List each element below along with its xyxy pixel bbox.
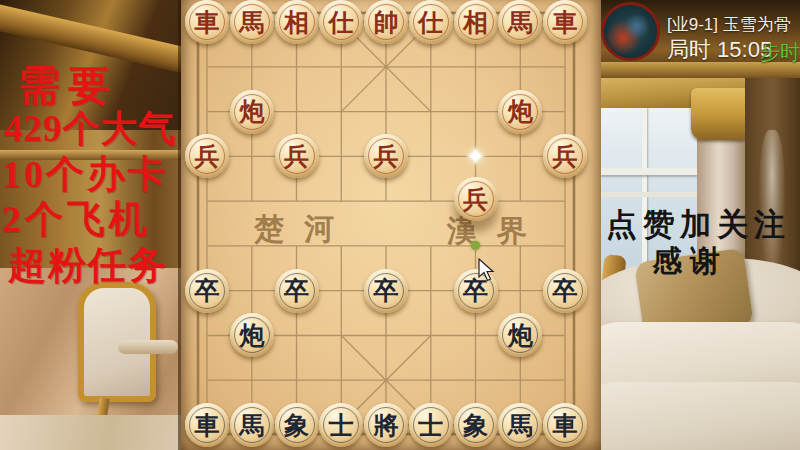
piece-red-兵[interactable]: 兵 — [364, 134, 408, 178]
thanks-text: 感谢 — [652, 241, 728, 282]
piece-black-馬[interactable]: 馬 — [498, 403, 542, 447]
piece-black-卒[interactable]: 卒 — [543, 269, 587, 313]
piece-character: 將 — [374, 413, 399, 438]
donation-line: 2个飞机 — [2, 194, 151, 245]
piece-black-炮[interactable]: 炮 — [230, 313, 274, 357]
piece-character: 兵 — [284, 144, 309, 169]
piece-character: 士 — [329, 413, 354, 438]
piece-black-象[interactable]: 象 — [454, 403, 498, 447]
piece-character: 馬 — [239, 10, 264, 35]
gold-capital-decor — [691, 88, 751, 140]
piece-character: 仕 — [329, 10, 354, 35]
piece-black-士[interactable]: 士 — [319, 403, 363, 447]
piece-red-相[interactable]: 相 — [454, 0, 498, 44]
piece-black-卒[interactable]: 卒 — [364, 269, 408, 313]
piece-red-仕[interactable]: 仕 — [319, 0, 363, 44]
donation-line: 429个大气 — [4, 104, 177, 154]
last-move-sparkle-icon: ✦ — [459, 139, 493, 173]
piece-character: 相 — [284, 10, 309, 35]
piece-character: 車 — [195, 413, 220, 438]
piece-red-車[interactable]: 車 — [185, 0, 229, 44]
piece-red-相[interactable]: 相 — [275, 0, 319, 44]
piece-character: 卒 — [284, 278, 309, 303]
like-follow-text: 点赞加关注 — [606, 204, 791, 246]
mouse-cursor-icon — [478, 258, 495, 282]
piece-character: 帥 — [374, 10, 399, 35]
chair-armrest-decor — [118, 340, 178, 354]
piece-character: 兵 — [463, 187, 488, 212]
window-frame-horizontal — [601, 168, 697, 175]
piece-black-車[interactable]: 車 — [185, 403, 229, 447]
piece-character: 象 — [463, 413, 488, 438]
piece-character: 仕 — [418, 10, 443, 35]
piece-black-卒[interactable]: 卒 — [275, 269, 319, 313]
piece-character: 士 — [418, 413, 443, 438]
piece-character: 車 — [553, 10, 578, 35]
piece-black-象[interactable]: 象 — [275, 403, 319, 447]
piece-character: 馬 — [508, 413, 533, 438]
screen: 楚河 漢界 車馬相仕帥仕相馬車炮炮兵兵兵兵兵卒卒卒卒卒炮炮車馬象士將士象馬車 ✦… — [0, 0, 800, 450]
piece-red-兵[interactable]: 兵 — [275, 134, 319, 178]
piece-red-仕[interactable]: 仕 — [409, 0, 453, 44]
piece-red-炮[interactable]: 炮 — [230, 90, 274, 134]
sofa-front-decor — [601, 382, 800, 450]
piece-red-馬[interactable]: 馬 — [230, 0, 274, 44]
piece-red-兵[interactable]: 兵 — [543, 134, 587, 178]
piece-red-炮[interactable]: 炮 — [498, 90, 542, 134]
piece-character: 馬 — [239, 413, 264, 438]
piece-character: 相 — [463, 10, 488, 35]
window-frame-horizontal-2 — [601, 192, 697, 197]
piece-character: 卒 — [374, 278, 399, 303]
piece-character: 兵 — [195, 144, 220, 169]
piece-red-兵[interactable]: 兵 — [185, 134, 229, 178]
piece-black-士[interactable]: 士 — [409, 403, 453, 447]
piece-character: 車 — [195, 10, 220, 35]
piece-character: 兵 — [374, 144, 399, 169]
opponent-avatar — [601, 2, 660, 61]
sofa-edge-decor — [0, 415, 181, 450]
piece-red-車[interactable]: 車 — [543, 0, 587, 44]
donation-line: 超粉任务 — [8, 240, 168, 291]
move-time-label: 步时 — [760, 39, 800, 66]
piece-character: 炮 — [508, 99, 533, 124]
piece-character: 馬 — [508, 10, 533, 35]
piece-character: 卒 — [553, 278, 578, 303]
game-time: 局时 15:05 — [667, 35, 772, 65]
opponent-name: [业9-1] 玉雪为骨 — [667, 13, 791, 36]
piece-red-馬[interactable]: 馬 — [498, 0, 542, 44]
piece-character: 炮 — [508, 323, 533, 348]
piece-black-車[interactable]: 車 — [543, 403, 587, 447]
piece-black-馬[interactable]: 馬 — [230, 403, 274, 447]
river-label-chuhe: 楚河 — [254, 209, 354, 250]
piece-character: 炮 — [239, 99, 264, 124]
piece-black-將[interactable]: 將 — [364, 403, 408, 447]
piece-red-兵[interactable]: 兵 — [454, 177, 498, 221]
piece-character: 卒 — [195, 278, 220, 303]
piece-black-卒[interactable]: 卒 — [185, 269, 229, 313]
piece-character: 炮 — [239, 323, 264, 348]
piece-red-帥[interactable]: 帥 — [364, 0, 408, 44]
donation-line: 10个办卡 — [2, 149, 169, 200]
piece-character: 兵 — [553, 144, 578, 169]
piece-character: 車 — [553, 413, 578, 438]
piece-character: 象 — [284, 413, 309, 438]
